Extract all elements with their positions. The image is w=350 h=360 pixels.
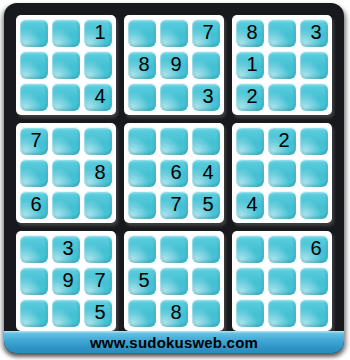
cell-r2c7[interactable]: 1 xyxy=(236,51,264,79)
site-url: www.sudokusweb.com xyxy=(90,334,258,351)
cell-r9c2[interactable] xyxy=(52,299,80,327)
cell-r6c3[interactable] xyxy=(84,191,112,219)
given-digit: 7 xyxy=(170,194,181,214)
cell-r3c6[interactable]: 3 xyxy=(192,83,220,111)
cell-r6c9[interactable] xyxy=(300,191,328,219)
cell-r8c8[interactable] xyxy=(268,267,296,295)
given-digit: 9 xyxy=(62,270,73,290)
cell-r4c4[interactable] xyxy=(128,127,156,155)
cell-r2c2[interactable] xyxy=(52,51,80,79)
given-digit: 4 xyxy=(202,162,213,182)
cell-r9c8[interactable] xyxy=(268,299,296,327)
cell-r7c8[interactable] xyxy=(268,235,296,263)
given-digit: 5 xyxy=(138,270,149,290)
given-digit: 7 xyxy=(30,130,41,150)
cell-r7c5[interactable] xyxy=(160,235,188,263)
cell-r3c4[interactable] xyxy=(128,83,156,111)
given-digit: 4 xyxy=(94,86,105,106)
box-2: 7893 xyxy=(124,15,224,115)
box-9: 6 xyxy=(232,231,332,331)
cell-r3c1[interactable] xyxy=(20,83,48,111)
cell-r7c9[interactable]: 6 xyxy=(300,235,328,263)
cell-r6c5[interactable]: 7 xyxy=(160,191,188,219)
cell-r6c1[interactable]: 6 xyxy=(20,191,48,219)
cell-r5c4[interactable] xyxy=(128,159,156,187)
cell-r9c5[interactable]: 8 xyxy=(160,299,188,327)
cell-r7c6[interactable] xyxy=(192,235,220,263)
given-digit: 8 xyxy=(94,162,105,182)
box-6: 24 xyxy=(232,123,332,223)
cell-r9c3[interactable]: 5 xyxy=(84,299,112,327)
given-digit: 6 xyxy=(170,162,181,182)
cell-r5c2[interactable] xyxy=(52,159,80,187)
cell-r6c8[interactable] xyxy=(268,191,296,219)
cell-r1c1[interactable] xyxy=(20,19,48,47)
given-digit: 8 xyxy=(170,302,181,322)
cell-r6c4[interactable] xyxy=(128,191,156,219)
cell-r1c5[interactable] xyxy=(160,19,188,47)
given-digit: 7 xyxy=(202,22,213,42)
box-8: 58 xyxy=(124,231,224,331)
given-digit: 1 xyxy=(246,54,257,74)
cell-r2c8[interactable] xyxy=(268,51,296,79)
cell-r5c8[interactable] xyxy=(268,159,296,187)
cell-r9c9[interactable] xyxy=(300,299,328,327)
cell-r8c9[interactable] xyxy=(300,267,328,295)
cell-r2c3[interactable] xyxy=(84,51,112,79)
cell-r1c3[interactable]: 1 xyxy=(84,19,112,47)
given-digit: 8 xyxy=(138,54,149,74)
cell-r7c1[interactable] xyxy=(20,235,48,263)
cell-r2c4[interactable]: 8 xyxy=(128,51,156,79)
box-5: 6475 xyxy=(124,123,224,223)
cell-r6c2[interactable] xyxy=(52,191,80,219)
given-digit: 8 xyxy=(246,22,257,42)
cell-r3c9[interactable] xyxy=(300,83,328,111)
cell-r1c6[interactable]: 7 xyxy=(192,19,220,47)
box-3: 8312 xyxy=(232,15,332,115)
cell-r8c3[interactable]: 7 xyxy=(84,267,112,295)
cell-r5c3[interactable]: 8 xyxy=(84,159,112,187)
cell-r3c7[interactable]: 2 xyxy=(236,83,264,111)
cell-r7c3[interactable] xyxy=(84,235,112,263)
cell-r4c5[interactable] xyxy=(160,127,188,155)
given-digit: 4 xyxy=(246,194,257,214)
cell-r9c7[interactable] xyxy=(236,299,264,327)
cell-r3c2[interactable] xyxy=(52,83,80,111)
given-digit: 3 xyxy=(310,22,321,42)
given-digit: 5 xyxy=(94,302,105,322)
cell-r1c4[interactable] xyxy=(128,19,156,47)
cell-r4c2[interactable] xyxy=(52,127,80,155)
cell-r2c9[interactable] xyxy=(300,51,328,79)
cell-r6c7[interactable]: 4 xyxy=(236,191,264,219)
cell-r4c3[interactable] xyxy=(84,127,112,155)
box-4: 786 xyxy=(16,123,116,223)
box-1: 14 xyxy=(16,15,116,115)
cell-r9c6[interactable] xyxy=(192,299,220,327)
cell-r8c1[interactable] xyxy=(20,267,48,295)
cell-r2c1[interactable] xyxy=(20,51,48,79)
cell-r8c7[interactable] xyxy=(236,267,264,295)
cell-r5c1[interactable] xyxy=(20,159,48,187)
cell-r7c7[interactable] xyxy=(236,235,264,263)
sudoku-grid: 14789383127866475243975586 xyxy=(4,3,344,331)
sudoku-board: 14789383127866475243975586 www.sudokuswe… xyxy=(4,3,344,353)
given-digit: 6 xyxy=(30,194,41,214)
footer-band: www.sudokusweb.com xyxy=(4,331,344,353)
cell-r3c5[interactable] xyxy=(160,83,188,111)
cell-r2c6[interactable] xyxy=(192,51,220,79)
cell-r1c7[interactable]: 8 xyxy=(236,19,264,47)
cell-r9c1[interactable] xyxy=(20,299,48,327)
cell-r8c5[interactable] xyxy=(160,267,188,295)
cell-r5c5[interactable]: 6 xyxy=(160,159,188,187)
cell-r7c4[interactable] xyxy=(128,235,156,263)
cell-r4c8[interactable]: 2 xyxy=(268,127,296,155)
cell-r4c9[interactable] xyxy=(300,127,328,155)
cell-r4c1[interactable]: 7 xyxy=(20,127,48,155)
box-7: 3975 xyxy=(16,231,116,331)
cell-r6c6[interactable]: 5 xyxy=(192,191,220,219)
cell-r1c2[interactable] xyxy=(52,19,80,47)
cell-r2c5[interactable]: 9 xyxy=(160,51,188,79)
cell-r4c6[interactable] xyxy=(192,127,220,155)
cell-r8c6[interactable] xyxy=(192,267,220,295)
cell-r7c2[interactable]: 3 xyxy=(52,235,80,263)
cell-r3c3[interactable]: 4 xyxy=(84,83,112,111)
given-digit: 5 xyxy=(202,194,213,214)
given-digit: 6 xyxy=(310,238,321,258)
given-digit: 2 xyxy=(278,130,289,150)
given-digit: 1 xyxy=(94,22,105,42)
cell-r5c6[interactable]: 4 xyxy=(192,159,220,187)
given-digit: 3 xyxy=(62,238,73,258)
cell-r5c7[interactable] xyxy=(236,159,264,187)
cell-r4c7[interactable] xyxy=(236,127,264,155)
given-digit: 9 xyxy=(170,54,181,74)
cell-r5c9[interactable] xyxy=(300,159,328,187)
cell-r8c2[interactable]: 9 xyxy=(52,267,80,295)
cell-r3c8[interactable] xyxy=(268,83,296,111)
cell-r1c8[interactable] xyxy=(268,19,296,47)
cell-r9c4[interactable] xyxy=(128,299,156,327)
given-digit: 2 xyxy=(246,86,257,106)
given-digit: 3 xyxy=(202,86,213,106)
given-digit: 7 xyxy=(94,270,105,290)
cell-r8c4[interactable]: 5 xyxy=(128,267,156,295)
cell-r1c9[interactable]: 3 xyxy=(300,19,328,47)
